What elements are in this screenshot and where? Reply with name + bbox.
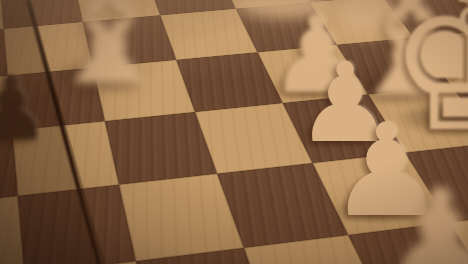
black-pawn-left-edge[interactable]: ♟ [0, 65, 50, 153]
white-pawn-corner[interactable]: ♟ [379, 172, 468, 264]
white-bishop-far-left[interactable]: ♝ [41, 0, 175, 106]
board-square [18, 185, 136, 264]
chessboard-photo: ♝♟♟♝♚♟♟♟ [0, 0, 468, 264]
